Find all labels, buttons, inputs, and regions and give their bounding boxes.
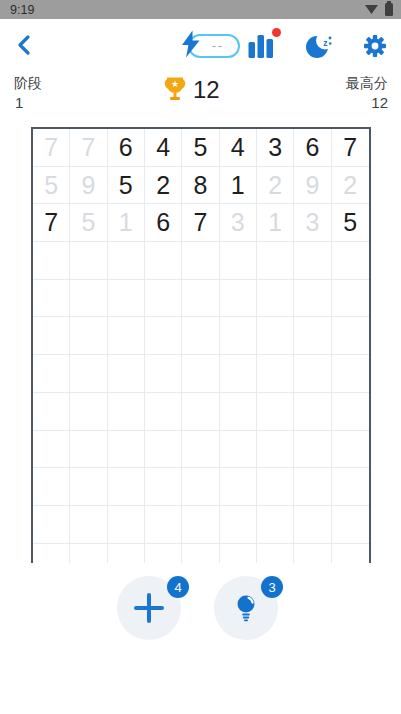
grid-cell[interactable] xyxy=(220,431,257,469)
grid-cell[interactable] xyxy=(70,468,107,506)
grid-cell[interactable] xyxy=(332,431,369,469)
trophy-icon: ★ xyxy=(163,76,187,101)
best-score-value: 12 xyxy=(371,94,388,111)
plus-icon xyxy=(134,593,164,623)
grid-cell[interactable] xyxy=(108,544,145,563)
battery-icon xyxy=(385,3,393,16)
grid-cell[interactable] xyxy=(332,544,369,563)
grid-cell[interactable]: 7 xyxy=(33,129,70,167)
grid-cell[interactable] xyxy=(294,393,331,431)
grid-cell[interactable]: 4 xyxy=(145,129,182,167)
grid-cell[interactable] xyxy=(220,544,257,563)
status-bar: 9:19 xyxy=(0,0,401,19)
grid-cell[interactable] xyxy=(70,317,107,355)
grid-cell[interactable] xyxy=(332,242,369,280)
grid-cell[interactable] xyxy=(332,506,369,544)
grid-cell[interactable]: 4 xyxy=(220,129,257,167)
grid-cell[interactable] xyxy=(145,317,182,355)
grid-cell[interactable] xyxy=(257,242,294,280)
lightning-icon[interactable] xyxy=(179,30,203,58)
energy-bubble-text: -- xyxy=(212,39,224,53)
svg-text:z: z xyxy=(323,38,327,48)
grid-cell[interactable]: 5 xyxy=(332,204,369,242)
grid-cell[interactable] xyxy=(108,317,145,355)
current-score: 12 xyxy=(193,76,220,104)
grid-cell[interactable] xyxy=(70,355,107,393)
grid-cell[interactable] xyxy=(257,317,294,355)
grid-cell[interactable] xyxy=(145,544,182,563)
board-cells: 776454367595281292751673135 xyxy=(33,129,369,563)
grid-cell[interactable]: 7 xyxy=(33,204,70,242)
status-time: 9:19 xyxy=(10,3,34,17)
grid-cell[interactable] xyxy=(257,393,294,431)
grid-cell[interactable] xyxy=(257,431,294,469)
grid-cell[interactable]: 9 xyxy=(70,167,107,205)
grid-cell[interactable] xyxy=(257,468,294,506)
grid-cell[interactable] xyxy=(257,280,294,318)
grid-cell[interactable] xyxy=(33,280,70,318)
grid-cell[interactable]: 7 xyxy=(332,129,369,167)
grid-cell[interactable] xyxy=(182,468,219,506)
grid-cell[interactable] xyxy=(70,431,107,469)
notification-dot xyxy=(272,28,281,37)
grid-cell[interactable]: 5 xyxy=(70,204,107,242)
game-board: 776454367595281292751673135 xyxy=(31,127,371,563)
grid-cell[interactable]: 3 xyxy=(294,204,331,242)
grid-cell[interactable] xyxy=(70,544,107,563)
grid-cell[interactable] xyxy=(220,506,257,544)
grid-cell[interactable] xyxy=(33,544,70,563)
stats-bar-chart-icon[interactable] xyxy=(248,31,274,58)
grid-cell[interactable] xyxy=(108,431,145,469)
grid-cell[interactable]: 5 xyxy=(33,167,70,205)
grid-cell[interactable] xyxy=(145,506,182,544)
grid-cell[interactable] xyxy=(182,544,219,563)
grid-cell[interactable] xyxy=(332,355,369,393)
grid-cell[interactable] xyxy=(33,355,70,393)
svg-text:★: ★ xyxy=(171,79,179,89)
grid-cell[interactable]: 2 xyxy=(257,167,294,205)
grid-cell[interactable] xyxy=(294,242,331,280)
grid-cell[interactable]: 2 xyxy=(332,167,369,205)
grid-cell[interactable] xyxy=(108,506,145,544)
grid-cell[interactable]: 1 xyxy=(257,204,294,242)
grid-cell[interactable] xyxy=(108,468,145,506)
grid-cell[interactable] xyxy=(33,242,70,280)
grid-cell[interactable] xyxy=(145,393,182,431)
grid-cell[interactable] xyxy=(33,468,70,506)
grid-cell[interactable]: 5 xyxy=(108,167,145,205)
grid-cell[interactable]: 7 xyxy=(182,204,219,242)
grid-cell[interactable]: 7 xyxy=(70,129,107,167)
grid-cell[interactable] xyxy=(108,355,145,393)
grid-cell[interactable] xyxy=(294,355,331,393)
grid-cell[interactable] xyxy=(220,355,257,393)
grid-cell[interactable] xyxy=(294,544,331,563)
stage-value: 1 xyxy=(15,94,23,111)
grid-cell[interactable] xyxy=(294,506,331,544)
grid-cell[interactable] xyxy=(70,242,107,280)
grid-cell[interactable] xyxy=(33,431,70,469)
grid-cell[interactable] xyxy=(332,468,369,506)
grid-cell[interactable] xyxy=(294,317,331,355)
grid-cell[interactable] xyxy=(145,355,182,393)
stage-label: 阶段 xyxy=(14,75,42,93)
grid-cell[interactable] xyxy=(257,544,294,563)
grid-cell[interactable]: 6 xyxy=(108,129,145,167)
grid-cell[interactable] xyxy=(33,393,70,431)
grid-cell[interactable] xyxy=(220,242,257,280)
grid-cell[interactable]: 6 xyxy=(294,129,331,167)
grid-cell[interactable] xyxy=(182,317,219,355)
grid-cell[interactable] xyxy=(182,506,219,544)
grid-cell[interactable]: 3 xyxy=(220,204,257,242)
grid-cell[interactable] xyxy=(33,506,70,544)
grid-cell[interactable] xyxy=(257,506,294,544)
grid-cell[interactable] xyxy=(220,317,257,355)
grid-cell[interactable] xyxy=(33,317,70,355)
grid-cell[interactable] xyxy=(332,393,369,431)
lightbulb-icon xyxy=(235,595,257,622)
grid-cell[interactable] xyxy=(108,393,145,431)
grid-cell[interactable]: 2 xyxy=(145,167,182,205)
grid-cell[interactable] xyxy=(182,431,219,469)
grid-cell[interactable]: 8 xyxy=(182,167,219,205)
grid-cell[interactable]: 1 xyxy=(108,204,145,242)
grid-cell[interactable] xyxy=(145,280,182,318)
grid-cell[interactable]: 5 xyxy=(182,129,219,167)
grid-cell[interactable] xyxy=(294,431,331,469)
grid-cell[interactable] xyxy=(220,468,257,506)
add-numbers-badge: 4 xyxy=(167,576,189,598)
best-score-label: 最高分 xyxy=(346,75,388,93)
grid-cell[interactable] xyxy=(108,280,145,318)
grid-cell[interactable] xyxy=(257,355,294,393)
grid-cell[interactable] xyxy=(70,393,107,431)
grid-cell[interactable] xyxy=(145,468,182,506)
grid-cell[interactable] xyxy=(294,468,331,506)
settings-gear-icon[interactable] xyxy=(363,34,387,58)
hint-badge: 3 xyxy=(261,576,283,598)
grid-cell[interactable] xyxy=(220,280,257,318)
grid-cell[interactable] xyxy=(332,317,369,355)
grid-cell[interactable]: 3 xyxy=(257,129,294,167)
grid-cell[interactable]: 6 xyxy=(145,204,182,242)
grid-cell[interactable] xyxy=(220,393,257,431)
back-icon[interactable] xyxy=(13,33,37,57)
grid-cell[interactable]: 9 xyxy=(294,167,331,205)
wifi-icon xyxy=(365,5,378,14)
grid-cell[interactable] xyxy=(332,280,369,318)
grid-cell[interactable] xyxy=(145,431,182,469)
grid-cell[interactable] xyxy=(182,393,219,431)
grid-cell[interactable] xyxy=(182,242,219,280)
grid-cell[interactable] xyxy=(294,280,331,318)
grid-cell[interactable] xyxy=(70,506,107,544)
grid-cell[interactable] xyxy=(108,242,145,280)
grid-cell[interactable]: 1 xyxy=(220,167,257,205)
grid-cell[interactable] xyxy=(145,242,182,280)
grid-cell[interactable] xyxy=(70,280,107,318)
grid-cell[interactable] xyxy=(182,355,219,393)
night-mode-moon-icon[interactable]: z xyxy=(305,32,333,60)
app-screen: 9:19 -- z xyxy=(0,0,401,714)
grid-cell[interactable] xyxy=(182,280,219,318)
